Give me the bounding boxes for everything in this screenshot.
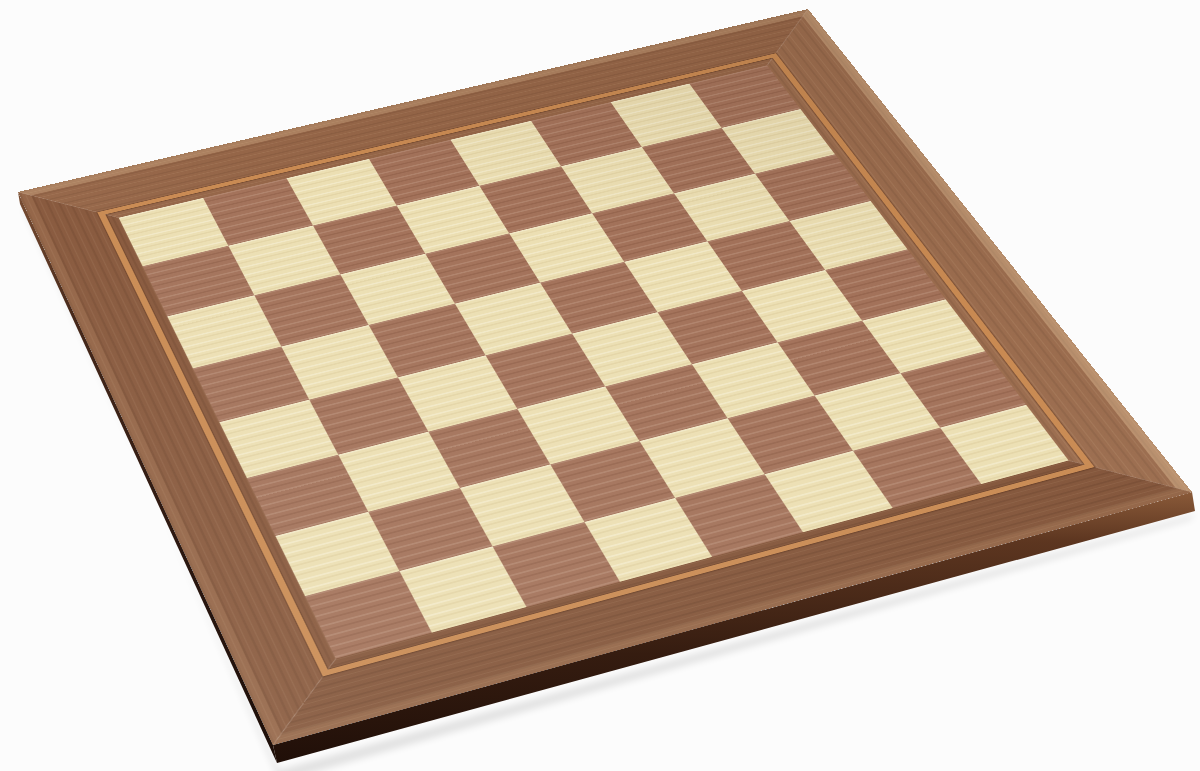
chessboard-product-photo [0, 0, 1200, 771]
